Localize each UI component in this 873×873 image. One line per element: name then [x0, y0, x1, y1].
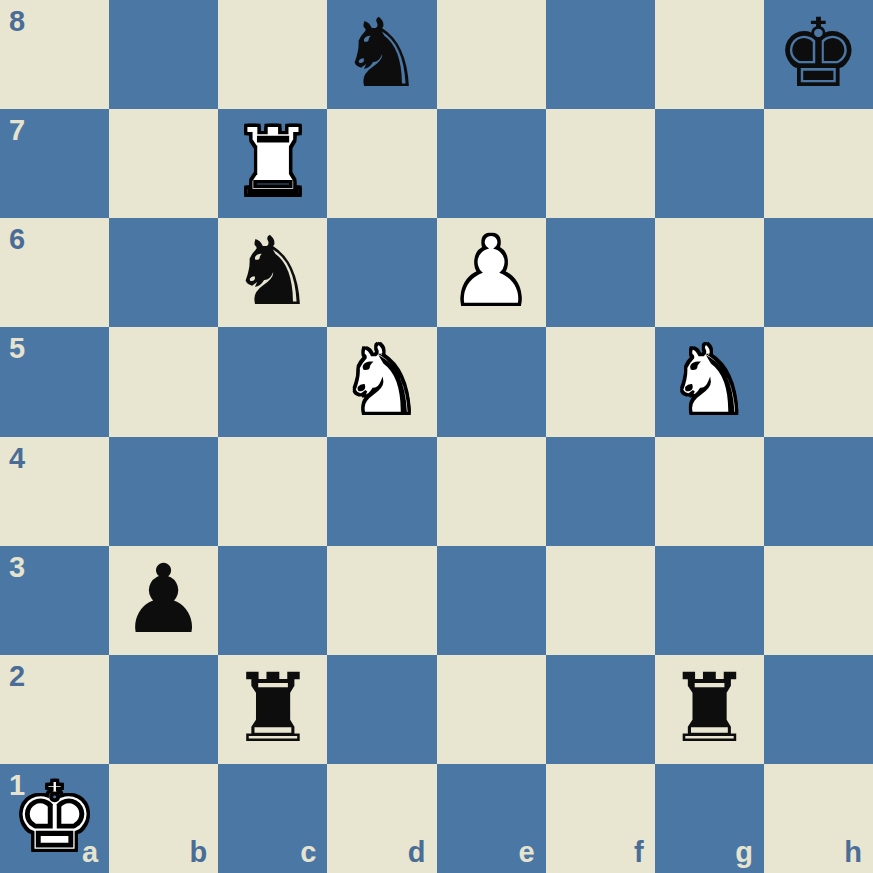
chess-app: ♞♚♜♞♟♞♞♟♜♜♚87654321abcdefgh — [0, 0, 873, 873]
square-h7[interactable] — [764, 109, 873, 218]
square-h6[interactable] — [764, 218, 873, 327]
square-f7[interactable] — [546, 109, 655, 218]
piece-black-rook[interactable]: ♜ — [655, 655, 764, 764]
square-e2[interactable] — [437, 655, 546, 764]
square-c8[interactable] — [218, 0, 327, 109]
piece-black-king[interactable]: ♚ — [764, 0, 873, 109]
square-e8[interactable] — [437, 0, 546, 109]
square-d4[interactable] — [327, 437, 436, 546]
square-h1[interactable] — [764, 764, 873, 873]
piece-black-knight[interactable]: ♞ — [327, 0, 436, 109]
square-g5[interactable]: ♞ — [655, 327, 764, 436]
piece-white-rook[interactable]: ♜ — [218, 109, 327, 218]
square-e5[interactable] — [437, 327, 546, 436]
square-d8[interactable]: ♞ — [327, 0, 436, 109]
square-b6[interactable] — [109, 218, 218, 327]
piece-white-pawn[interactable]: ♟ — [437, 218, 546, 327]
square-g2[interactable]: ♜ — [655, 655, 764, 764]
chess-board: ♞♚♜♞♟♞♞♟♜♜♚87654321abcdefgh — [0, 0, 873, 873]
square-e4[interactable] — [437, 437, 546, 546]
square-e3[interactable] — [437, 546, 546, 655]
square-a1[interactable]: ♚ — [0, 764, 109, 873]
square-f4[interactable] — [546, 437, 655, 546]
square-h2[interactable] — [764, 655, 873, 764]
piece-black-rook[interactable]: ♜ — [218, 655, 327, 764]
square-f8[interactable] — [546, 0, 655, 109]
square-c6[interactable]: ♞ — [218, 218, 327, 327]
square-f3[interactable] — [546, 546, 655, 655]
square-a2[interactable] — [0, 655, 109, 764]
piece-black-pawn[interactable]: ♟ — [109, 546, 218, 655]
square-f5[interactable] — [546, 327, 655, 436]
piece-white-king[interactable]: ♚ — [0, 764, 109, 873]
square-d1[interactable] — [327, 764, 436, 873]
square-g3[interactable] — [655, 546, 764, 655]
square-d3[interactable] — [327, 546, 436, 655]
square-b2[interactable] — [109, 655, 218, 764]
square-c4[interactable] — [218, 437, 327, 546]
square-g8[interactable] — [655, 0, 764, 109]
square-d2[interactable] — [327, 655, 436, 764]
square-a4[interactable] — [0, 437, 109, 546]
square-g6[interactable] — [655, 218, 764, 327]
square-b4[interactable] — [109, 437, 218, 546]
piece-white-knight[interactable]: ♞ — [655, 327, 764, 436]
square-f6[interactable] — [546, 218, 655, 327]
piece-black-knight[interactable]: ♞ — [218, 218, 327, 327]
square-a5[interactable] — [0, 327, 109, 436]
square-f2[interactable] — [546, 655, 655, 764]
square-c2[interactable]: ♜ — [218, 655, 327, 764]
square-g1[interactable] — [655, 764, 764, 873]
square-a7[interactable] — [0, 109, 109, 218]
square-b8[interactable] — [109, 0, 218, 109]
square-d7[interactable] — [327, 109, 436, 218]
square-e7[interactable] — [437, 109, 546, 218]
square-e1[interactable] — [437, 764, 546, 873]
square-c1[interactable] — [218, 764, 327, 873]
square-b7[interactable] — [109, 109, 218, 218]
square-a6[interactable] — [0, 218, 109, 327]
square-c5[interactable] — [218, 327, 327, 436]
square-f1[interactable] — [546, 764, 655, 873]
square-a8[interactable] — [0, 0, 109, 109]
square-e6[interactable]: ♟ — [437, 218, 546, 327]
square-d6[interactable] — [327, 218, 436, 327]
square-h3[interactable] — [764, 546, 873, 655]
square-b1[interactable] — [109, 764, 218, 873]
square-h8[interactable]: ♚ — [764, 0, 873, 109]
square-g4[interactable] — [655, 437, 764, 546]
square-c7[interactable]: ♜ — [218, 109, 327, 218]
square-g7[interactable] — [655, 109, 764, 218]
square-a3[interactable] — [0, 546, 109, 655]
square-b3[interactable]: ♟ — [109, 546, 218, 655]
square-c3[interactable] — [218, 546, 327, 655]
square-h4[interactable] — [764, 437, 873, 546]
square-d5[interactable]: ♞ — [327, 327, 436, 436]
square-b5[interactable] — [109, 327, 218, 436]
piece-white-knight[interactable]: ♞ — [327, 327, 436, 436]
square-h5[interactable] — [764, 327, 873, 436]
